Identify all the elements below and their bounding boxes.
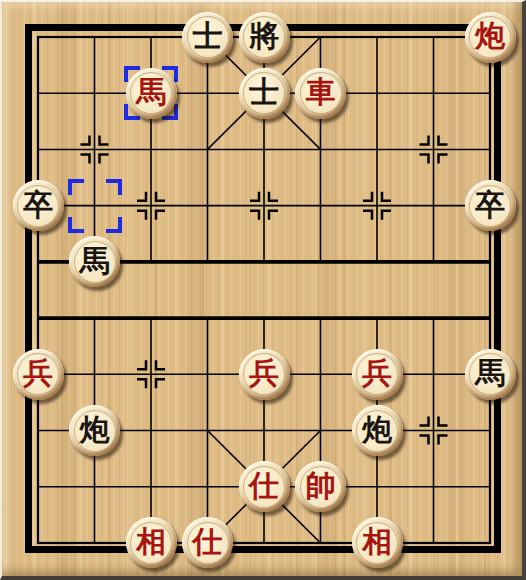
piece-glyph: 車 (306, 77, 336, 107)
piece-black-advisor[interactable]: 士 (182, 12, 233, 63)
piece-face: 將 (243, 16, 285, 58)
piece-red-advisor[interactable]: 仕 (182, 517, 233, 568)
piece-glyph: 馬 (475, 358, 505, 388)
piece-face: 帥 (300, 466, 342, 508)
piece-face: 士 (187, 16, 229, 58)
piece-face: 卒 (469, 185, 511, 227)
piece-black-horse[interactable]: 馬 (465, 349, 516, 400)
piece-glyph: 卒 (475, 190, 505, 220)
piece-face: 馬 (74, 241, 116, 283)
piece-glyph: 仕 (193, 527, 223, 557)
piece-glyph: 馬 (136, 77, 166, 107)
piece-black-cannon[interactable]: 炮 (69, 405, 120, 456)
piece-face: 炮 (74, 410, 116, 452)
piece-red-elephant[interactable]: 相 (126, 517, 177, 568)
piece-black-cannon[interactable]: 炮 (352, 405, 403, 456)
piece-face: 兵 (356, 353, 398, 395)
piece-glyph: 炮 (475, 21, 505, 51)
piece-face: 士 (243, 72, 285, 114)
piece-black-soldier[interactable]: 卒 (465, 180, 516, 231)
xiangqi-app-window: 士將炮馬士車卒卒馬兵兵兵馬炮炮仕帥相仕相 (0, 0, 526, 580)
piece-glyph: 士 (249, 77, 279, 107)
piece-glyph: 兵 (362, 358, 392, 388)
piece-face: 卒 (17, 185, 59, 227)
piece-black-soldier[interactable]: 卒 (13, 180, 64, 231)
piece-face: 兵 (243, 353, 285, 395)
piece-red-general[interactable]: 帥 (295, 461, 346, 512)
piece-glyph: 相 (362, 527, 392, 557)
piece-glyph: 帥 (306, 471, 336, 501)
piece-red-horse[interactable]: 馬 (126, 68, 177, 119)
piece-face: 仕 (187, 522, 229, 564)
piece-glyph: 士 (193, 21, 223, 51)
piece-face: 炮 (356, 410, 398, 452)
screenshot: 士將炮馬士車卒卒馬兵兵兵馬炮炮仕帥相仕相 (0, 0, 526, 580)
piece-black-general[interactable]: 將 (239, 12, 290, 63)
piece-glyph: 卒 (23, 190, 53, 220)
piece-face: 兵 (17, 353, 59, 395)
piece-glyph: 兵 (23, 358, 53, 388)
piece-black-advisor[interactable]: 士 (239, 68, 290, 119)
piece-face: 仕 (243, 466, 285, 508)
piece-black-horse[interactable]: 馬 (69, 236, 120, 287)
piece-red-chariot[interactable]: 車 (295, 68, 346, 119)
piece-glyph: 仕 (249, 471, 279, 501)
piece-face: 馬 (130, 72, 172, 114)
piece-red-soldier[interactable]: 兵 (352, 349, 403, 400)
piece-face: 相 (130, 522, 172, 564)
piece-face: 馬 (469, 353, 511, 395)
xiangqi-board[interactable]: 士將炮馬士車卒卒馬兵兵兵馬炮炮仕帥相仕相 (10, 9, 519, 571)
piece-face: 炮 (469, 16, 511, 58)
piece-glyph: 相 (136, 527, 166, 557)
piece-red-elephant[interactable]: 相 (352, 517, 403, 568)
piece-glyph: 兵 (249, 358, 279, 388)
piece-glyph: 將 (249, 21, 279, 51)
piece-face: 車 (300, 72, 342, 114)
last-move-from-marker (68, 179, 122, 233)
piece-glyph: 馬 (80, 246, 110, 276)
piece-red-advisor[interactable]: 仕 (239, 461, 290, 512)
piece-glyph: 炮 (80, 415, 110, 445)
piece-glyph: 炮 (362, 415, 392, 445)
piece-red-cannon[interactable]: 炮 (465, 12, 516, 63)
piece-red-soldier[interactable]: 兵 (13, 349, 64, 400)
piece-red-soldier[interactable]: 兵 (239, 349, 290, 400)
piece-face: 相 (356, 522, 398, 564)
